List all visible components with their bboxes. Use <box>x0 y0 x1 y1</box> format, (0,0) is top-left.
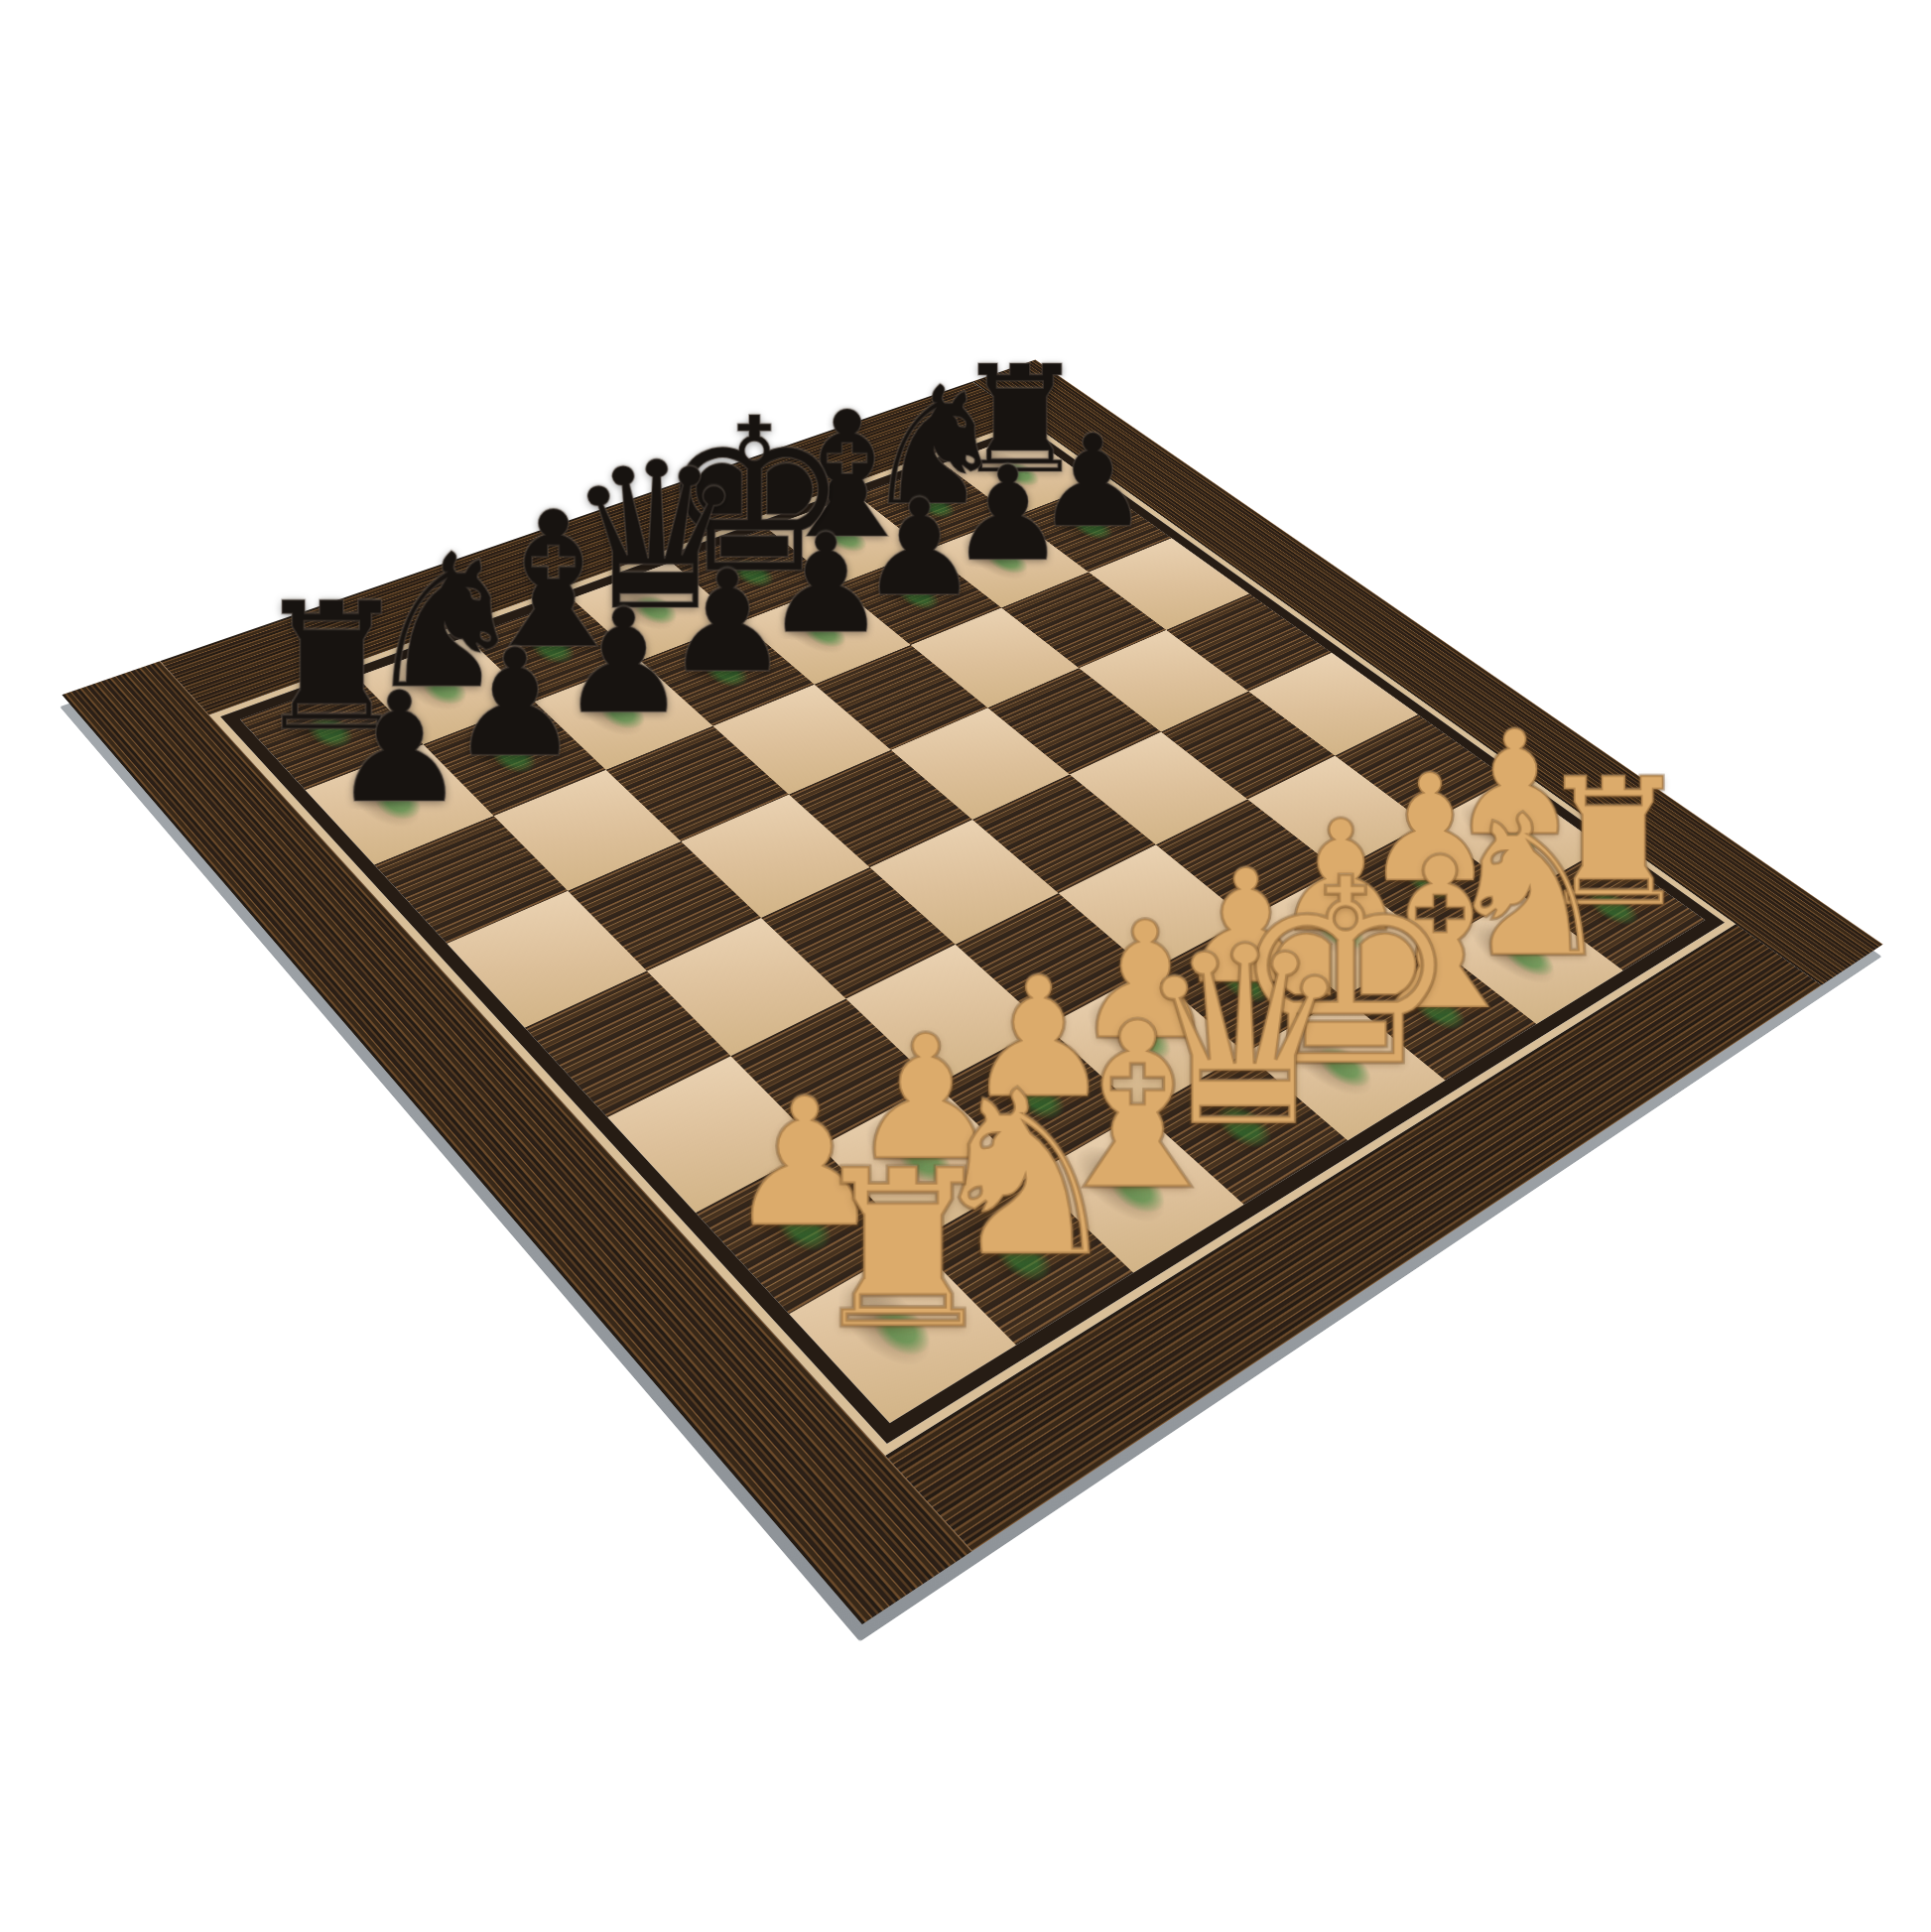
chess-board: ♜♞♝♚♛♝♞♜♟♟♟♟♟♟♟♟♟♟♟♟♟♟♟♟♜♞♝♚♛♝♞♜ <box>62 360 1882 1625</box>
chess-product-photo: ♜♞♝♚♛♝♞♜♟♟♟♟♟♟♟♟♟♟♟♟♟♟♟♟♜♞♝♚♛♝♞♜ <box>0 0 1931 1932</box>
pieces-layer: ♜♞♝♚♛♝♞♜♟♟♟♟♟♟♟♟♟♟♟♟♟♟♟♟♜♞♝♚♛♝♞♜ <box>240 434 1706 1423</box>
